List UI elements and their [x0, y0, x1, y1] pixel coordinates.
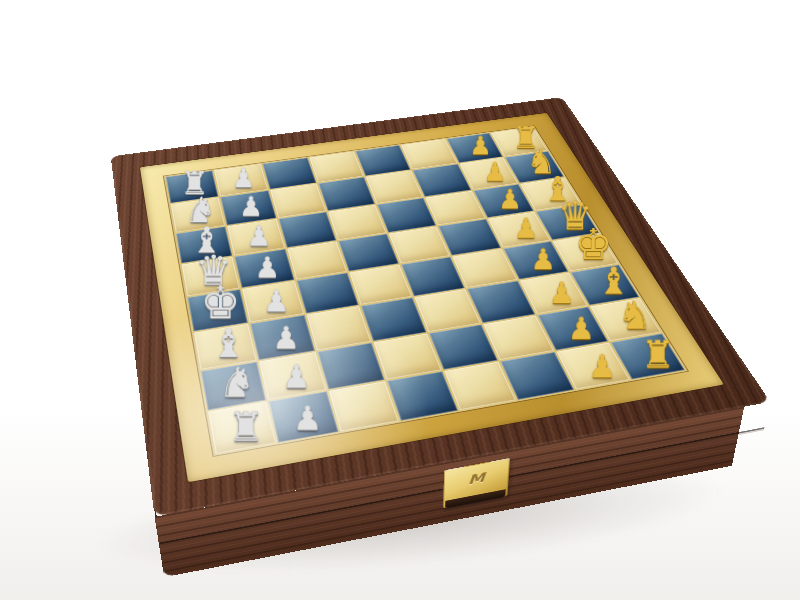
clasp-monogram: M: [468, 470, 486, 488]
silver-pawn: ♟: [258, 323, 314, 354]
gold-pawn: ♟: [517, 246, 569, 274]
silver-pawn: ♟: [278, 403, 338, 436]
board-square: ♟: [259, 352, 325, 400]
board-square: ♜: [208, 401, 276, 453]
board-square: [452, 249, 516, 288]
gold-pawn: ♟: [534, 279, 588, 308]
chess-board-grid: ♜♟♟♜♞♟♟♞♝♟♟♝♛♟♟♛♚♟♟♚♝♟♟♝♞♟♟♞♜♟♟♜: [164, 126, 688, 456]
clasp-catch: [445, 489, 505, 508]
silver-knight: ♞: [208, 362, 267, 403]
board-square: [349, 265, 412, 305]
gold-pawn: ♟: [553, 314, 608, 344]
gold-rook: ♜: [629, 335, 686, 373]
board-square: [306, 306, 371, 350]
gold-pawn: ♟: [471, 159, 518, 185]
board-square: [270, 184, 326, 218]
gold-pawn: ♟: [457, 134, 503, 159]
silver-pawn: ♟: [242, 254, 294, 283]
board-square: [287, 241, 347, 279]
chess-box: ♜♟♟♜♞♟♟♞♝♟♟♝♛♟♟♛♚♟♟♚♝♟♟♝♞♟♟♞♜♟♟♜ M: [111, 97, 771, 517]
gold-pawn: ♟: [573, 352, 630, 383]
silver-bishop: ♝: [200, 324, 256, 364]
silver-pawn: ♟: [268, 361, 326, 393]
board-square: [401, 257, 465, 296]
board-square: ♟: [503, 241, 568, 279]
silver-rook: ♜: [215, 406, 276, 446]
silver-king: ♚: [193, 281, 247, 326]
board-square: [328, 381, 398, 431]
gold-pawn: ♟: [501, 215, 551, 242]
silver-pawn: ♟: [234, 223, 285, 251]
silver-pawn: ♟: [227, 193, 276, 220]
gold-pawn: ♟: [485, 187, 534, 214]
board-square: ♟: [251, 315, 315, 359]
board-square: [338, 234, 399, 272]
gold-knight: ♞: [607, 296, 662, 335]
silver-pawn: ♟: [250, 287, 304, 317]
board-square: [309, 151, 364, 182]
board-square: ♟: [269, 391, 338, 442]
board-square: ♟: [242, 281, 303, 322]
silver-pawn: ♟: [220, 166, 267, 192]
chess-set-photo: ♜♟♟♜♞♟♟♞♝♟♟♝♛♟♟♛♚♟♟♚♝♟♟♝♞♟♟♞♜♟♟♜ M: [0, 0, 800, 600]
